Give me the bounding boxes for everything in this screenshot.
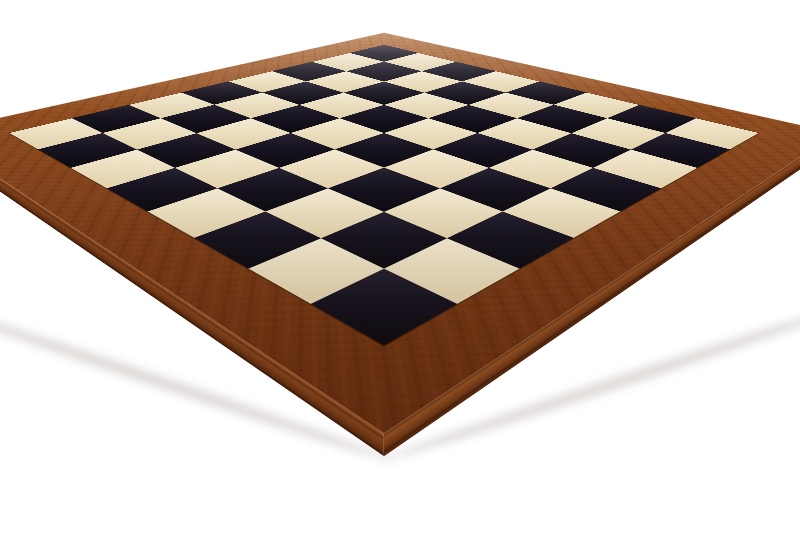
square-b4[interactable] — [439, 168, 550, 212]
square-e3[interactable] — [236, 133, 335, 168]
square-e1[interactable] — [107, 168, 218, 212]
square-b6[interactable] — [532, 133, 631, 168]
square-a6[interactable] — [593, 149, 698, 188]
scene — [0, 0, 800, 533]
playing-field — [8, 45, 760, 347]
square-f2[interactable] — [137, 133, 236, 168]
square-f1[interactable] — [70, 149, 175, 188]
square-a4[interactable] — [502, 188, 620, 238]
square-c2[interactable] — [266, 188, 384, 238]
square-c5[interactable] — [433, 133, 532, 168]
square-b2[interactable] — [321, 211, 447, 268]
square-c1[interactable] — [194, 211, 320, 268]
square-d1[interactable] — [148, 188, 266, 238]
square-c4[interactable] — [384, 149, 489, 188]
square-b3[interactable] — [384, 188, 502, 238]
square-c3[interactable] — [329, 168, 440, 212]
square-g1[interactable] — [38, 133, 137, 168]
square-d4[interactable] — [335, 133, 434, 168]
square-e2[interactable] — [175, 149, 280, 188]
square-b5[interactable] — [489, 149, 594, 188]
square-a1[interactable] — [311, 268, 458, 345]
square-a5[interactable] — [550, 168, 661, 212]
square-a2[interactable] — [384, 238, 520, 304]
square-d2[interactable] — [218, 168, 329, 212]
square-b1[interactable] — [248, 238, 384, 304]
square-d3[interactable] — [279, 149, 384, 188]
square-a3[interactable] — [447, 211, 573, 268]
square-a7[interactable] — [631, 133, 730, 168]
